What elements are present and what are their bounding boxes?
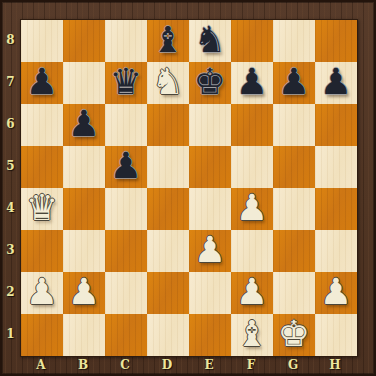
square-h1[interactable] bbox=[315, 314, 357, 356]
square-c1[interactable] bbox=[105, 314, 147, 356]
black-pawn-piece[interactable]: ♟ bbox=[68, 106, 100, 142]
white-pawn-piece[interactable]: ♟ bbox=[236, 190, 268, 226]
rank-label-1: 1 bbox=[2, 313, 19, 355]
square-c5[interactable]: ♟ bbox=[105, 146, 147, 188]
square-b5[interactable] bbox=[63, 146, 105, 188]
square-d8[interactable]: ♝ bbox=[147, 20, 189, 62]
square-g5[interactable] bbox=[273, 146, 315, 188]
white-bishop-piece[interactable]: ♝ bbox=[236, 316, 268, 352]
square-b8[interactable] bbox=[63, 20, 105, 62]
black-pawn-piece[interactable]: ♟ bbox=[278, 64, 310, 100]
square-a5[interactable] bbox=[21, 146, 63, 188]
square-g6[interactable] bbox=[273, 104, 315, 146]
file-label-f: F bbox=[230, 357, 272, 375]
square-a3[interactable] bbox=[21, 230, 63, 272]
rank-label-3: 3 bbox=[2, 229, 19, 271]
file-label-b: B bbox=[62, 357, 104, 375]
file-label-g: G bbox=[272, 357, 314, 375]
square-e4[interactable] bbox=[189, 188, 231, 230]
white-queen-piece[interactable]: ♛ bbox=[26, 190, 58, 226]
black-pawn-piece[interactable]: ♟ bbox=[320, 64, 352, 100]
square-g2[interactable] bbox=[273, 272, 315, 314]
square-h3[interactable] bbox=[315, 230, 357, 272]
square-g1[interactable]: ♚ bbox=[273, 314, 315, 356]
square-g3[interactable] bbox=[273, 230, 315, 272]
square-d3[interactable] bbox=[147, 230, 189, 272]
square-b7[interactable] bbox=[63, 62, 105, 104]
square-e2[interactable] bbox=[189, 272, 231, 314]
square-h6[interactable] bbox=[315, 104, 357, 146]
square-h4[interactable] bbox=[315, 188, 357, 230]
white-knight-piece[interactable]: ♞ bbox=[152, 64, 184, 100]
square-e8[interactable]: ♞ bbox=[189, 20, 231, 62]
square-d6[interactable] bbox=[147, 104, 189, 146]
white-pawn-piece[interactable]: ♟ bbox=[26, 274, 58, 310]
square-h7[interactable]: ♟ bbox=[315, 62, 357, 104]
square-c8[interactable] bbox=[105, 20, 147, 62]
square-c4[interactable] bbox=[105, 188, 147, 230]
rank-label-8: 8 bbox=[2, 19, 19, 61]
white-pawn-piece[interactable]: ♟ bbox=[194, 232, 226, 268]
rank-label-5: 5 bbox=[2, 145, 19, 187]
square-b3[interactable] bbox=[63, 230, 105, 272]
black-king-piece[interactable]: ♚ bbox=[194, 64, 226, 100]
square-c7[interactable]: ♛ bbox=[105, 62, 147, 104]
square-d4[interactable] bbox=[147, 188, 189, 230]
square-f2[interactable]: ♟ bbox=[231, 272, 273, 314]
file-label-d: D bbox=[146, 357, 188, 375]
file-label-e: E bbox=[188, 357, 230, 375]
square-a8[interactable] bbox=[21, 20, 63, 62]
chess-board[interactable]: ♝♞♟♛♞♚♟♟♟♟♟♛♟♟♟♟♟♟♝♚ bbox=[20, 19, 358, 357]
white-pawn-piece[interactable]: ♟ bbox=[236, 274, 268, 310]
square-a1[interactable] bbox=[21, 314, 63, 356]
file-label-a: A bbox=[20, 357, 62, 375]
file-label-c: C bbox=[104, 357, 146, 375]
square-f5[interactable] bbox=[231, 146, 273, 188]
square-f7[interactable]: ♟ bbox=[231, 62, 273, 104]
square-a7[interactable]: ♟ bbox=[21, 62, 63, 104]
rank-label-7: 7 bbox=[2, 61, 19, 103]
square-a6[interactable] bbox=[21, 104, 63, 146]
square-a2[interactable]: ♟ bbox=[21, 272, 63, 314]
black-queen-piece[interactable]: ♛ bbox=[110, 64, 142, 100]
rank-label-6: 6 bbox=[2, 103, 19, 145]
white-pawn-piece[interactable]: ♟ bbox=[320, 274, 352, 310]
square-f3[interactable] bbox=[231, 230, 273, 272]
square-d7[interactable]: ♞ bbox=[147, 62, 189, 104]
white-king-piece[interactable]: ♚ bbox=[278, 316, 310, 352]
square-h5[interactable] bbox=[315, 146, 357, 188]
black-knight-piece[interactable]: ♞ bbox=[194, 22, 226, 58]
square-g4[interactable] bbox=[273, 188, 315, 230]
square-d2[interactable] bbox=[147, 272, 189, 314]
square-f1[interactable]: ♝ bbox=[231, 314, 273, 356]
square-b6[interactable]: ♟ bbox=[63, 104, 105, 146]
square-e5[interactable] bbox=[189, 146, 231, 188]
square-e7[interactable]: ♚ bbox=[189, 62, 231, 104]
chess-app: ♝♞♟♛♞♚♟♟♟♟♟♛♟♟♟♟♟♟♝♚ 87654321ABCDEFGH bbox=[0, 0, 376, 376]
square-b1[interactable] bbox=[63, 314, 105, 356]
square-e1[interactable] bbox=[189, 314, 231, 356]
square-h8[interactable] bbox=[315, 20, 357, 62]
square-e6[interactable] bbox=[189, 104, 231, 146]
square-g8[interactable] bbox=[273, 20, 315, 62]
square-h2[interactable]: ♟ bbox=[315, 272, 357, 314]
square-f4[interactable]: ♟ bbox=[231, 188, 273, 230]
square-e3[interactable]: ♟ bbox=[189, 230, 231, 272]
black-pawn-piece[interactable]: ♟ bbox=[26, 64, 58, 100]
square-c6[interactable] bbox=[105, 104, 147, 146]
white-pawn-piece[interactable]: ♟ bbox=[68, 274, 100, 310]
square-g7[interactable]: ♟ bbox=[273, 62, 315, 104]
square-b2[interactable]: ♟ bbox=[63, 272, 105, 314]
black-pawn-piece[interactable]: ♟ bbox=[236, 64, 268, 100]
square-a4[interactable]: ♛ bbox=[21, 188, 63, 230]
rank-label-4: 4 bbox=[2, 187, 19, 229]
black-bishop-piece[interactable]: ♝ bbox=[152, 22, 184, 58]
square-f8[interactable] bbox=[231, 20, 273, 62]
black-pawn-piece[interactable]: ♟ bbox=[110, 148, 142, 184]
square-d5[interactable] bbox=[147, 146, 189, 188]
square-c3[interactable] bbox=[105, 230, 147, 272]
square-f6[interactable] bbox=[231, 104, 273, 146]
file-label-h: H bbox=[314, 357, 356, 375]
square-c2[interactable] bbox=[105, 272, 147, 314]
rank-label-2: 2 bbox=[2, 271, 19, 313]
square-b4[interactable] bbox=[63, 188, 105, 230]
square-d1[interactable] bbox=[147, 314, 189, 356]
